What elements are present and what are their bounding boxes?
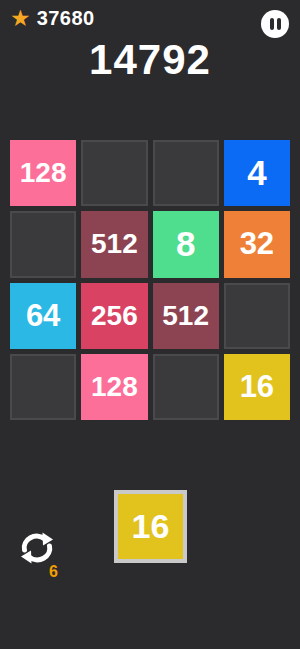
tile-8-r2c3[interactable]: 8 bbox=[153, 211, 219, 277]
empty-cell-r2c1[interactable] bbox=[10, 211, 76, 277]
swap-count: 6 bbox=[49, 563, 58, 581]
best-score-display: ★ 37680 bbox=[10, 5, 95, 31]
empty-cell-r4c3[interactable] bbox=[153, 354, 219, 420]
tile-512-r3c3[interactable]: 512 bbox=[153, 283, 219, 349]
swap-button[interactable]: 6 bbox=[18, 531, 62, 585]
game-screen: ★ 37680 14792 12845128326425651212816 16… bbox=[0, 0, 300, 649]
tile-4-r1c4[interactable]: 4 bbox=[224, 140, 290, 206]
pause-button[interactable] bbox=[261, 10, 289, 38]
tile-32-r2c4[interactable]: 32 bbox=[224, 211, 290, 277]
refresh-swap-icon bbox=[18, 531, 56, 565]
tile-16-r4c4[interactable]: 16 bbox=[224, 354, 290, 420]
next-tile[interactable]: 16 bbox=[114, 490, 187, 563]
empty-cell-r1c3[interactable] bbox=[153, 140, 219, 206]
star-icon: ★ bbox=[10, 5, 31, 31]
empty-cell-r1c2[interactable] bbox=[81, 140, 147, 206]
tile-512-r2c2[interactable]: 512 bbox=[81, 211, 147, 277]
tile-128-r1c1[interactable]: 128 bbox=[10, 140, 76, 206]
tile-256-r3c2[interactable]: 256 bbox=[81, 283, 147, 349]
best-score-value: 37680 bbox=[37, 7, 95, 30]
pause-icon bbox=[277, 18, 281, 30]
board: 12845128326425651212816 bbox=[10, 140, 290, 420]
current-score: 14792 bbox=[0, 36, 300, 84]
tile-128-r4c2[interactable]: 128 bbox=[81, 354, 147, 420]
pause-icon bbox=[270, 18, 274, 30]
empty-cell-r3c4[interactable] bbox=[224, 283, 290, 349]
tile-64-r3c1[interactable]: 64 bbox=[10, 283, 76, 349]
empty-cell-r4c1[interactable] bbox=[10, 354, 76, 420]
